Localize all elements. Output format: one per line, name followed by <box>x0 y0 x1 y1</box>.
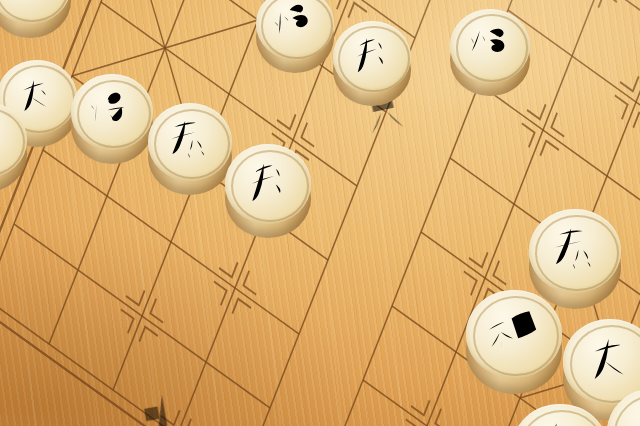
piece-character-炮 <box>461 17 519 75</box>
piece-partial[interactable] <box>0 0 71 38</box>
piece-兵[interactable] <box>333 21 411 106</box>
xiangqi-photo-stage <box>0 0 640 426</box>
piece-兵[interactable] <box>0 102 27 191</box>
piece-character-兵 <box>236 152 300 216</box>
piece-兵[interactable] <box>225 144 311 238</box>
piece-相[interactable] <box>466 290 562 395</box>
piece-炮[interactable] <box>450 9 530 96</box>
piece-character-兵 <box>342 27 402 87</box>
piece-character-將 <box>83 83 142 142</box>
piece-character-卒 <box>543 219 607 283</box>
piece-卒[interactable] <box>148 103 232 195</box>
piece-character-卒 <box>528 416 591 426</box>
piece-character-仕 <box>576 328 640 395</box>
piece-將[interactable] <box>71 74 153 163</box>
piece-partial[interactable] <box>607 388 640 426</box>
piece-character-卒 <box>160 112 220 172</box>
piece-卒[interactable] <box>512 404 608 426</box>
piece-炮[interactable] <box>256 0 334 73</box>
